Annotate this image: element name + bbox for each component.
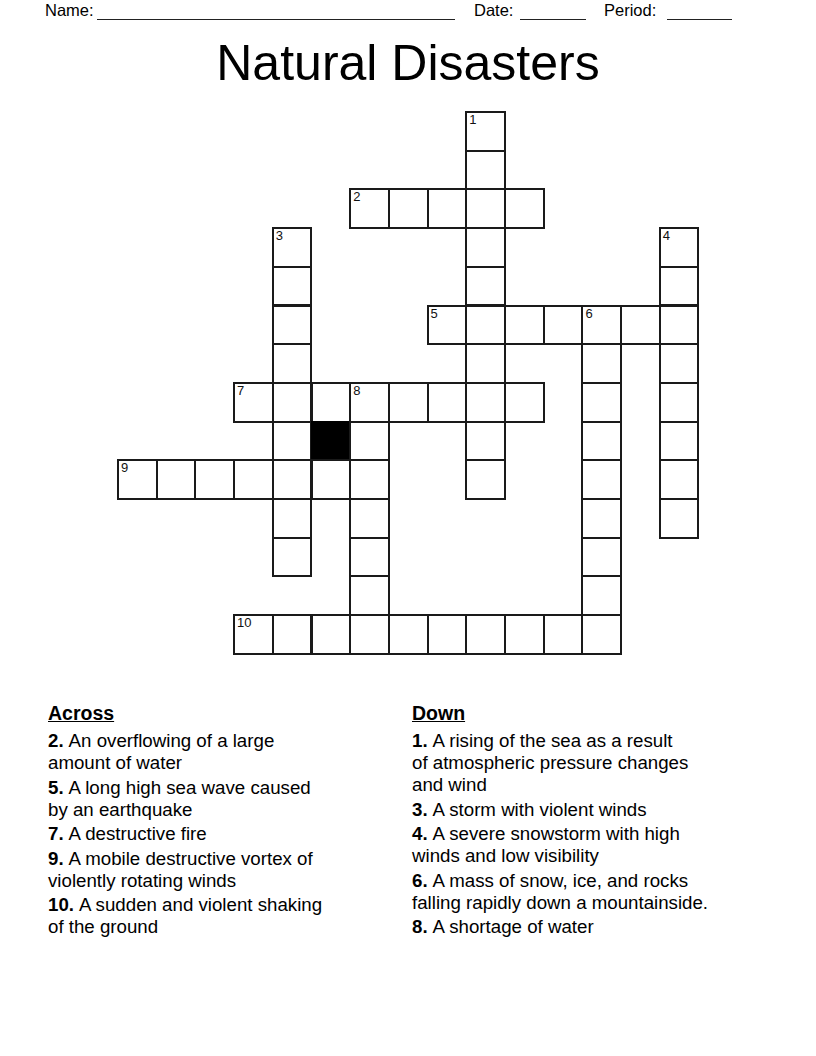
grid-cell[interactable] (504, 188, 545, 229)
grid-cell[interactable] (311, 459, 352, 500)
grid-cell[interactable] (427, 188, 468, 229)
grid-cell[interactable] (194, 459, 235, 500)
grid-cell[interactable] (659, 498, 700, 539)
grid-cell[interactable] (388, 614, 429, 655)
across-clue-list: 2.An overflowing of a large amount of wa… (48, 730, 400, 938)
grid-cell[interactable]: 2 (349, 188, 390, 229)
grid-cell[interactable] (581, 575, 622, 616)
grid-cell[interactable]: 9 (117, 459, 158, 500)
grid-cell[interactable] (311, 614, 352, 655)
grid-cell[interactable] (272, 537, 313, 578)
grid-cell[interactable] (465, 421, 506, 462)
grid-cell[interactable] (543, 614, 584, 655)
grid-cell[interactable] (349, 421, 390, 462)
grid-cell[interactable] (659, 305, 700, 346)
grid-cell[interactable]: 10 (233, 614, 274, 655)
clue-number: 1 (469, 113, 476, 127)
clue-number: 3 (276, 229, 283, 243)
grid-cell[interactable] (659, 459, 700, 500)
clue-number: 2 (353, 190, 360, 204)
grid-cell[interactable] (465, 150, 506, 191)
grid-cell[interactable] (581, 537, 622, 578)
grid-cell[interactable] (659, 266, 700, 307)
clue-item-text: A storm with violent winds (433, 799, 647, 820)
clue-item: 2.An overflowing of a large amount of wa… (48, 730, 400, 774)
grid-cell[interactable] (272, 498, 313, 539)
clue-item: 6.A mass of snow, ice, and rocks falling… (412, 870, 808, 914)
grid-cell[interactable] (581, 459, 622, 500)
down-clues-section: Down 1.A rising of the sea as a result o… (412, 702, 808, 941)
grid-cell[interactable] (504, 614, 545, 655)
grid-cell[interactable] (465, 343, 506, 384)
grid-cell[interactable] (543, 305, 584, 346)
grid-cell[interactable] (659, 421, 700, 462)
clue-item-number: 6. (412, 870, 428, 891)
clue-item-text: A long high sea wave caused by an earthq… (48, 777, 311, 820)
clue-number: 4 (663, 229, 670, 243)
grid-cell[interactable] (349, 498, 390, 539)
grid-cell[interactable] (465, 227, 506, 268)
clue-item-text: A sudden and violent shaking of the grou… (48, 894, 322, 937)
date-label: Date: (474, 1, 513, 20)
clue-item-number: 3. (412, 799, 428, 820)
grid-cell[interactable]: 8 (349, 382, 390, 423)
clue-item-text: A mass of snow, ice, and rocks falling r… (412, 870, 708, 913)
grid-cell[interactable] (465, 614, 506, 655)
grid-cell[interactable]: 5 (427, 305, 468, 346)
grid-cell[interactable] (311, 382, 352, 423)
grid-cell[interactable] (388, 188, 429, 229)
date-field[interactable] (520, 2, 586, 20)
clue-number: 6 (585, 307, 592, 321)
grid-cell[interactable] (233, 459, 274, 500)
grid-cell[interactable] (504, 305, 545, 346)
clue-item: 5.A long high sea wave caused by an eart… (48, 777, 400, 821)
clue-item-number: 9. (48, 848, 64, 869)
across-clues-section: Across 2.An overflowing of a large amoun… (48, 702, 400, 941)
grid-cell[interactable] (465, 188, 506, 229)
grid-cell[interactable] (465, 266, 506, 307)
clue-number: 8 (353, 384, 360, 398)
grid-cell[interactable] (581, 343, 622, 384)
clue-item-number: 4. (412, 823, 428, 844)
grid-cell[interactable] (349, 537, 390, 578)
name-field[interactable] (97, 2, 455, 20)
grid-cell[interactable] (272, 266, 313, 307)
clue-item-number: 1. (412, 730, 428, 751)
grid-cell[interactable]: 4 (659, 227, 700, 268)
grid-cell[interactable] (272, 421, 313, 462)
clue-item: 8.A shortage of water (412, 916, 808, 938)
down-heading: Down (412, 702, 808, 724)
grid-cell[interactable]: 3 (272, 227, 313, 268)
clue-number: 9 (121, 461, 128, 475)
grid-cell[interactable] (465, 459, 506, 500)
grid-cell[interactable] (272, 382, 313, 423)
down-clue-list: 1.A rising of the sea as a result of atm… (412, 730, 808, 938)
clue-item: 1.A rising of the sea as a result of atm… (412, 730, 808, 796)
grid-cell[interactable] (465, 305, 506, 346)
clue-item: 10.A sudden and violent shaking of the g… (48, 894, 400, 938)
clue-item: 4.A severe snowstorm with high winds and… (412, 823, 808, 867)
clue-item: 9.A mobile destructive vortex of violent… (48, 848, 400, 892)
clue-item-number: 2. (48, 730, 64, 751)
grid-cell[interactable] (156, 459, 197, 500)
clue-item: 3.A storm with violent winds (412, 799, 808, 821)
clue-item-number: 10. (48, 894, 74, 915)
clue-item-text: An overflowing of a large amount of wate… (48, 730, 274, 773)
grid-cell[interactable] (581, 421, 622, 462)
grid-cell[interactable] (504, 382, 545, 423)
name-label: Name: (45, 1, 94, 20)
grid-cell[interactable] (388, 382, 429, 423)
clue-item-text: A mobile destructive vortex of violently… (48, 848, 313, 891)
grid-cell[interactable] (581, 382, 622, 423)
grid-cell[interactable] (465, 382, 506, 423)
grid-cell[interactable] (272, 343, 313, 384)
grid-cell[interactable] (620, 305, 661, 346)
across-heading: Across (48, 702, 400, 724)
grid-cell[interactable] (349, 459, 390, 500)
clue-item-text: A rising of the sea as a result of atmos… (412, 730, 688, 795)
grid-cell[interactable] (272, 614, 313, 655)
grid-cell[interactable]: 6 (581, 305, 622, 346)
clue-number: 5 (431, 307, 438, 321)
clue-item-text: A severe snowstorm with high winds and l… (412, 823, 680, 866)
grid-cell[interactable] (659, 382, 700, 423)
grid-cell[interactable]: 1 (465, 111, 506, 152)
clue-item-number: 8. (412, 916, 428, 937)
grid-cell[interactable] (427, 382, 468, 423)
period-label: Period: (604, 1, 656, 20)
clue-item-number: 5. (48, 777, 64, 798)
grid-cell[interactable]: 7 (233, 382, 274, 423)
grid-cell[interactable] (581, 614, 622, 655)
period-field[interactable] (667, 2, 732, 20)
clue-item-text: A destructive fire (69, 823, 207, 844)
grid-cell[interactable] (581, 498, 622, 539)
crossword-grid: 12345678910 (117, 111, 739, 656)
grid-cell[interactable] (427, 614, 468, 655)
grid-cell[interactable] (272, 459, 313, 500)
grid-cell[interactable] (272, 305, 313, 346)
page-title: Natural Disasters (0, 38, 816, 88)
grid-cell[interactable] (349, 614, 390, 655)
clue-item-text: A shortage of water (433, 916, 594, 937)
grid-cell[interactable] (659, 343, 700, 384)
clue-item-number: 7. (48, 823, 64, 844)
grid-cell[interactable] (349, 575, 390, 616)
clue-number: 7 (237, 384, 244, 398)
clue-number: 10 (237, 616, 251, 630)
clue-item: 7.A destructive fire (48, 823, 400, 845)
black-cell (311, 421, 352, 462)
